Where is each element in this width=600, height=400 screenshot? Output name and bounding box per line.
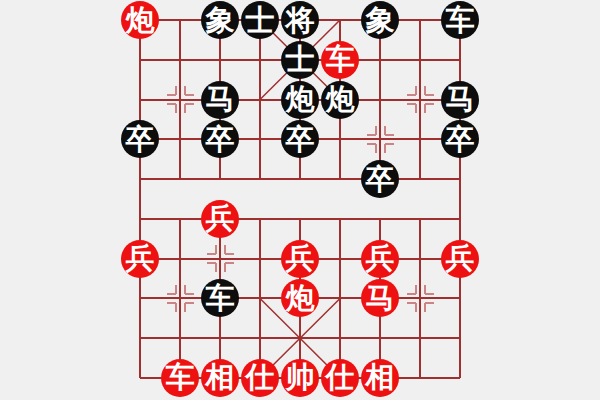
piece-red-advisor[interactable]: 仕 bbox=[241, 359, 279, 397]
piece-black-horse[interactable]: 马 bbox=[441, 81, 479, 119]
piece-black-horse[interactable]: 马 bbox=[201, 81, 239, 119]
piece-black-soldier[interactable]: 卒 bbox=[201, 120, 239, 158]
piece-red-cannon[interactable]: 炮 bbox=[281, 279, 319, 317]
piece-red-soldier[interactable]: 兵 bbox=[121, 240, 159, 278]
piece-red-chariot[interactable]: 车 bbox=[321, 41, 359, 79]
piece-red-soldier[interactable]: 兵 bbox=[361, 240, 399, 278]
piece-red-elephant[interactable]: 相 bbox=[201, 359, 239, 397]
piece-red-cannon[interactable]: 炮 bbox=[121, 1, 159, 39]
piece-black-chariot[interactable]: 车 bbox=[201, 279, 239, 317]
piece-black-elephant[interactable]: 象 bbox=[361, 1, 399, 39]
piece-red-chariot[interactable]: 车 bbox=[161, 359, 199, 397]
piece-black-advisor[interactable]: 士 bbox=[281, 41, 319, 79]
piece-black-advisor[interactable]: 士 bbox=[241, 1, 279, 39]
piece-red-soldier[interactable]: 兵 bbox=[441, 240, 479, 278]
piece-black-elephant[interactable]: 象 bbox=[201, 1, 239, 39]
piece-black-soldier[interactable]: 卒 bbox=[121, 120, 159, 158]
piece-black-chariot[interactable]: 车 bbox=[441, 1, 479, 39]
xiangqi-board-screenshot: 炮象士将象车士车马炮炮马卒卒卒卒卒兵兵兵兵兵车炮马车相仕帅仕相 bbox=[0, 0, 600, 400]
piece-black-soldier[interactable]: 卒 bbox=[441, 120, 479, 158]
piece-black-soldier[interactable]: 卒 bbox=[361, 160, 399, 198]
piece-red-soldier[interactable]: 兵 bbox=[281, 240, 319, 278]
piece-black-soldier[interactable]: 卒 bbox=[281, 120, 319, 158]
piece-red-advisor[interactable]: 仕 bbox=[321, 359, 359, 397]
piece-black-cannon[interactable]: 炮 bbox=[321, 81, 359, 119]
piece-red-general[interactable]: 帅 bbox=[281, 359, 319, 397]
piece-black-cannon[interactable]: 炮 bbox=[281, 81, 319, 119]
piece-red-horse[interactable]: 马 bbox=[361, 279, 399, 317]
piece-black-general[interactable]: 将 bbox=[281, 1, 319, 39]
piece-red-elephant[interactable]: 相 bbox=[361, 359, 399, 397]
piece-red-soldier[interactable]: 兵 bbox=[201, 200, 239, 238]
